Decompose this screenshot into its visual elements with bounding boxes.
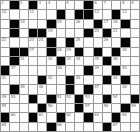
grid-cell[interactable]: 63 (94, 113, 102, 121)
grid-cell[interactable] (75, 29, 83, 37)
clue-number: 10 (2, 10, 7, 14)
grid-cell[interactable] (57, 85, 65, 93)
grid-cell[interactable] (66, 123, 74, 131)
clue-number: 28 (57, 48, 62, 52)
black-cell (94, 20, 102, 28)
grid-cell[interactable] (29, 57, 37, 65)
grid-cell[interactable] (75, 66, 83, 74)
grid-cell[interactable] (131, 85, 139, 93)
grid-cell[interactable] (38, 123, 46, 131)
clue-number: 53 (85, 95, 90, 99)
grid-cell[interactable]: 67 (112, 123, 120, 131)
black-cell (29, 95, 37, 103)
clue-number: 41 (2, 76, 7, 80)
grid-cell[interactable]: 64 (121, 113, 129, 121)
grid-cell[interactable] (57, 38, 65, 46)
clue-number: 55 (2, 104, 7, 108)
grid-cell[interactable] (20, 76, 28, 84)
grid-cell[interactable]: 28 (57, 48, 65, 56)
grid-cell[interactable] (94, 123, 102, 131)
grid-cell[interactable]: 10 (1, 10, 9, 18)
grid-cell[interactable]: 18 (112, 20, 120, 28)
crossword-grid: 1234567891011121314151617181920212223242… (0, 0, 140, 132)
grid-cell[interactable] (84, 57, 92, 65)
clue-number: 12 (94, 10, 99, 14)
grid-cell[interactable] (38, 57, 46, 65)
grid-cell[interactable]: 35 (94, 57, 102, 65)
grid-cell[interactable] (38, 10, 46, 18)
black-cell (84, 113, 92, 121)
grid-cell[interactable] (103, 66, 111, 74)
black-cell (103, 29, 111, 37)
grid-cell[interactable]: 24 (38, 38, 46, 46)
grid-cell[interactable]: 59 (131, 104, 139, 112)
black-cell (10, 29, 18, 37)
clue-number: 6 (94, 1, 96, 5)
grid-cell[interactable] (1, 48, 9, 56)
clue-number: 34 (76, 57, 81, 61)
clue-number: 26 (103, 38, 108, 42)
grid-cell[interactable]: 25 (75, 38, 83, 46)
black-cell (75, 48, 83, 56)
grid-cell[interactable] (66, 104, 74, 112)
clue-number: 24 (39, 38, 44, 42)
grid-cell[interactable] (131, 20, 139, 28)
grid-cell[interactable]: 32 (47, 57, 55, 65)
clue-number: 17 (103, 20, 108, 24)
grid-cell[interactable]: 36 (112, 57, 120, 65)
black-cell (57, 10, 65, 18)
clue-number: 40 (122, 66, 127, 70)
black-cell (10, 57, 18, 65)
grid-cell[interactable] (121, 57, 129, 65)
grid-cell[interactable] (10, 123, 18, 131)
grid-cell[interactable] (103, 85, 111, 93)
black-cell (66, 38, 74, 46)
grid-cell[interactable]: 22 (1, 38, 9, 46)
grid-cell[interactable] (47, 10, 55, 18)
grid-cell[interactable]: 6 (94, 1, 102, 9)
grid-cell[interactable] (20, 66, 28, 74)
clue-number: 56 (48, 104, 53, 108)
grid-cell[interactable]: 40 (121, 66, 129, 74)
black-cell (112, 66, 120, 74)
black-cell (20, 48, 28, 56)
grid-cell[interactable]: 17 (103, 20, 111, 28)
grid-cell[interactable] (66, 29, 74, 37)
grid-cell[interactable] (131, 48, 139, 56)
grid-cell[interactable] (121, 95, 129, 103)
black-cell (103, 95, 111, 103)
grid-cell[interactable] (84, 38, 92, 46)
grid-cell[interactable]: 49 (1, 95, 9, 103)
grid-cell[interactable] (20, 10, 28, 18)
black-cell (29, 1, 37, 9)
grid-cell[interactable] (38, 66, 46, 74)
grid-cell[interactable] (84, 123, 92, 131)
grid-cell[interactable]: 1 (1, 1, 9, 9)
grid-cell[interactable]: 54 (112, 95, 120, 103)
grid-cell[interactable] (131, 66, 139, 74)
grid-cell[interactable] (47, 66, 55, 74)
grid-cell[interactable]: 42 (47, 76, 55, 84)
clue-number: 38 (57, 66, 62, 70)
clue-number: 60 (11, 113, 16, 117)
grid-cell[interactable] (10, 104, 18, 112)
black-cell (10, 85, 18, 93)
grid-cell[interactable]: 62 (66, 113, 74, 121)
clue-number: 16 (76, 20, 81, 24)
clue-number: 29 (66, 48, 71, 52)
grid-cell[interactable] (131, 123, 139, 131)
grid-cell[interactable]: 3 (38, 1, 46, 9)
grid-cell[interactable] (57, 1, 65, 9)
black-cell (38, 76, 46, 84)
grid-cell[interactable]: 5 (66, 1, 74, 9)
black-cell (84, 66, 92, 74)
grid-cell[interactable] (29, 104, 37, 112)
grid-cell[interactable] (1, 85, 9, 93)
clue-number: 21 (113, 29, 118, 33)
grid-cell[interactable] (131, 10, 139, 18)
grid-cell[interactable]: 9 (131, 1, 139, 9)
grid-cell[interactable] (131, 29, 139, 37)
grid-cell[interactable] (103, 10, 111, 18)
clue-number: 52 (66, 95, 71, 99)
clue-number: 39 (94, 66, 99, 70)
black-cell (66, 76, 74, 84)
grid-cell[interactable] (20, 29, 28, 37)
clue-number: 57 (85, 104, 90, 108)
clue-number: 30 (122, 48, 127, 52)
black-cell (57, 57, 65, 65)
grid-cell[interactable]: 2 (20, 1, 28, 9)
clue-number: 5 (66, 1, 68, 5)
grid-cell[interactable] (1, 20, 9, 28)
black-cell (131, 95, 139, 103)
grid-cell[interactable] (75, 1, 83, 9)
grid-cell[interactable]: 20 (94, 29, 102, 37)
clue-number: 66 (57, 123, 62, 127)
clue-number: 36 (113, 57, 118, 61)
clue-number: 2 (20, 1, 22, 5)
clue-number: 50 (11, 95, 16, 99)
grid-cell[interactable]: 31 (20, 57, 28, 65)
black-cell (112, 48, 120, 56)
grid-cell[interactable]: 50 (10, 95, 18, 103)
grid-cell[interactable]: 43 (75, 76, 83, 84)
grid-cell[interactable] (121, 123, 129, 131)
grid-cell[interactable]: 15 (57, 20, 65, 28)
grid-cell[interactable]: 14 (20, 20, 28, 28)
grid-cell[interactable]: 46 (38, 85, 46, 93)
grid-cell[interactable] (47, 85, 55, 93)
clue-number: 9 (131, 1, 133, 5)
grid-cell[interactable]: 66 (57, 123, 65, 131)
grid-cell[interactable]: 13 (121, 10, 129, 18)
clue-number: 45 (20, 85, 25, 89)
grid-cell[interactable] (10, 38, 18, 46)
grid-cell[interactable] (20, 123, 28, 131)
clue-number: 49 (2, 95, 7, 99)
clue-number: 35 (94, 57, 99, 61)
grid-cell[interactable]: 51 (57, 95, 65, 103)
clue-number: 42 (48, 76, 53, 80)
grid-cell[interactable]: 34 (75, 57, 83, 65)
grid-cell[interactable] (66, 66, 74, 74)
grid-cell[interactable] (75, 85, 83, 93)
grid-cell[interactable]: 65 (1, 123, 9, 131)
grid-cell[interactable] (1, 29, 9, 37)
clue-number: 61 (39, 113, 44, 117)
grid-cell[interactable] (112, 85, 120, 93)
grid-cell[interactable] (94, 38, 102, 46)
grid-cell[interactable]: 61 (38, 113, 46, 121)
black-cell (10, 1, 18, 9)
clue-number: 43 (76, 76, 81, 80)
black-cell (103, 57, 111, 65)
grid-cell[interactable] (131, 57, 139, 65)
black-cell (1, 66, 9, 74)
grid-cell[interactable] (47, 113, 55, 121)
grid-cell[interactable] (29, 20, 37, 28)
black-cell (1, 113, 9, 121)
black-cell (94, 48, 102, 56)
grid-cell[interactable] (112, 104, 120, 112)
black-cell (112, 10, 120, 18)
black-cell (47, 123, 55, 131)
grid-cell[interactable] (112, 1, 120, 9)
grid-cell[interactable]: 58 (103, 104, 111, 112)
grid-cell[interactable] (57, 76, 65, 84)
grid-cell[interactable] (38, 95, 46, 103)
clue-number: 8 (122, 1, 124, 5)
grid-cell[interactable] (10, 76, 18, 84)
grid-cell[interactable]: 45 (20, 85, 28, 93)
clue-number: 15 (57, 20, 62, 24)
grid-cell[interactable] (131, 113, 139, 121)
clue-number: 14 (20, 20, 25, 24)
grid-cell[interactable] (103, 48, 111, 56)
grid-cell[interactable]: 48 (121, 85, 129, 93)
black-cell (75, 104, 83, 112)
grid-cell[interactable] (29, 85, 37, 93)
grid-cell[interactable]: 7 (103, 1, 111, 9)
black-cell (29, 113, 37, 121)
clue-number: 23 (29, 38, 34, 42)
black-cell (75, 95, 83, 103)
grid-cell[interactable] (131, 76, 139, 84)
grid-cell[interactable]: 39 (94, 66, 102, 74)
grid-cell[interactable] (66, 10, 74, 18)
grid-cell[interactable]: 29 (66, 48, 74, 56)
grid-cell[interactable] (38, 20, 46, 28)
grid-cell[interactable]: 30 (121, 48, 129, 56)
black-cell (38, 104, 46, 112)
clue-number: 19 (48, 29, 53, 33)
grid-cell[interactable] (57, 104, 65, 112)
grid-cell[interactable]: 44 (112, 76, 120, 84)
black-cell (84, 1, 92, 9)
grid-cell[interactable]: 33 (66, 57, 74, 65)
black-cell (10, 20, 18, 28)
black-cell (84, 85, 92, 93)
grid-cell[interactable]: 57 (84, 104, 92, 112)
black-cell (103, 123, 111, 131)
grid-cell[interactable]: 19 (47, 29, 55, 37)
grid-cell[interactable] (94, 95, 102, 103)
grid-cell[interactable]: 12 (94, 10, 102, 18)
grid-cell[interactable]: 37 (10, 66, 18, 74)
clue-number: 54 (113, 95, 118, 99)
black-cell (47, 38, 55, 46)
black-cell (103, 76, 111, 84)
clue-number: 31 (20, 57, 25, 61)
grid-cell[interactable] (112, 38, 120, 46)
black-cell (121, 20, 129, 28)
black-cell (47, 20, 55, 28)
grid-cell[interactable]: 23 (29, 38, 37, 46)
clue-number: 27 (29, 48, 34, 52)
clue-number: 64 (122, 113, 127, 117)
clue-number: 59 (131, 104, 136, 108)
clue-number: 11 (29, 10, 34, 14)
black-cell (47, 95, 55, 103)
grid-cell[interactable]: 27 (29, 48, 37, 56)
grid-cell[interactable]: 38 (57, 66, 65, 74)
clue-number: 25 (76, 38, 81, 42)
clue-number: 22 (2, 38, 7, 42)
clue-number: 67 (113, 123, 118, 127)
grid-cell[interactable]: 60 (10, 113, 18, 121)
grid-cell[interactable] (121, 29, 129, 37)
grid-cell[interactable] (10, 10, 18, 18)
clue-number: 4 (48, 1, 50, 5)
grid-cell[interactable] (94, 76, 102, 84)
clue-number: 1 (2, 1, 4, 5)
clue-number: 47 (94, 85, 99, 89)
clue-number: 46 (39, 85, 44, 89)
black-cell (10, 48, 18, 56)
clue-number: 20 (94, 29, 99, 33)
grid-cell[interactable]: 11 (29, 10, 37, 18)
grid-cell[interactable] (20, 104, 28, 112)
clue-number: 18 (113, 20, 118, 24)
grid-cell[interactable]: 47 (94, 85, 102, 93)
black-cell (66, 85, 74, 93)
clue-number: 7 (103, 1, 105, 5)
grid-cell[interactable]: 8 (121, 1, 129, 9)
grid-cell[interactable]: 41 (1, 76, 9, 84)
grid-cell[interactable]: 55 (1, 104, 9, 112)
grid-cell[interactable] (84, 48, 92, 56)
grid-cell[interactable] (131, 38, 139, 46)
clue-number: 33 (66, 57, 71, 61)
clue-number: 32 (48, 57, 53, 61)
clue-number: 65 (2, 123, 7, 127)
grid-cell[interactable] (75, 123, 83, 131)
grid-cell[interactable] (1, 57, 9, 65)
grid-cell[interactable] (20, 95, 28, 103)
grid-cell[interactable]: 4 (47, 1, 55, 9)
black-cell (84, 29, 92, 37)
black-cell (84, 10, 92, 18)
black-cell (47, 48, 55, 56)
clue-number: 13 (122, 10, 127, 14)
clue-number: 62 (66, 113, 71, 117)
black-cell (57, 113, 65, 121)
grid-cell[interactable] (20, 38, 28, 46)
black-cell (121, 104, 129, 112)
grid-cell[interactable]: 21 (112, 29, 120, 37)
black-cell (121, 38, 129, 46)
grid-cell[interactable]: 16 (75, 20, 83, 28)
grid-cell[interactable]: 56 (47, 104, 55, 112)
grid-cell[interactable] (103, 113, 111, 121)
clue-number: 37 (11, 66, 16, 70)
grid-cell[interactable] (29, 76, 37, 84)
grid-cell[interactable]: 26 (103, 38, 111, 46)
black-cell (38, 29, 46, 37)
grid-cell[interactable] (38, 48, 46, 56)
black-cell (75, 10, 83, 18)
clue-number: 51 (57, 95, 62, 99)
clue-number: 44 (113, 76, 118, 80)
clue-number: 63 (94, 113, 99, 117)
grid-cell[interactable] (66, 20, 74, 28)
clue-number: 3 (39, 1, 41, 5)
grid-cell[interactable] (29, 123, 37, 131)
grid-cell[interactable] (75, 113, 83, 121)
grid-cell[interactable] (94, 104, 102, 112)
clue-number: 58 (103, 104, 108, 108)
grid-cell[interactable]: 52 (66, 95, 74, 103)
grid-cell[interactable]: 53 (84, 95, 92, 103)
black-cell (121, 76, 129, 84)
clue-number: 48 (122, 85, 127, 89)
black-cell (112, 113, 120, 121)
black-cell (29, 29, 37, 37)
grid-cell[interactable] (29, 66, 37, 74)
grid-cell[interactable] (20, 113, 28, 121)
grid-cell[interactable] (84, 20, 92, 28)
grid-cell[interactable] (84, 76, 92, 84)
grid-cell[interactable] (57, 29, 65, 37)
